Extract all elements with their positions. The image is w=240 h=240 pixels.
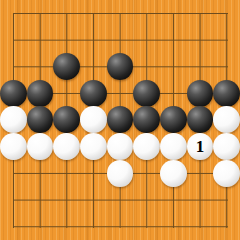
point-r5c1[interactable] bbox=[0, 107, 27, 134]
point-r9c2[interactable] bbox=[27, 213, 54, 240]
point-r3c8[interactable] bbox=[187, 53, 214, 80]
white-stone bbox=[213, 106, 240, 133]
point-r1c2[interactable] bbox=[27, 0, 54, 27]
point-r4c9[interactable] bbox=[213, 80, 240, 107]
point-r2c3[interactable] bbox=[53, 27, 80, 54]
point-r3c2[interactable] bbox=[27, 53, 54, 80]
point-r6c7[interactable] bbox=[160, 133, 187, 160]
point-r6c2[interactable] bbox=[27, 133, 54, 160]
white-stone bbox=[107, 133, 134, 160]
point-r8c1[interactable] bbox=[0, 187, 27, 214]
point-r6c5[interactable] bbox=[107, 133, 134, 160]
point-r2c4[interactable] bbox=[80, 27, 107, 54]
point-r8c2[interactable] bbox=[27, 187, 54, 214]
point-r3c9[interactable] bbox=[213, 53, 240, 80]
point-r4c5[interactable] bbox=[107, 80, 134, 107]
point-r2c2[interactable] bbox=[27, 27, 54, 54]
point-r2c7[interactable] bbox=[160, 27, 187, 54]
white-stone bbox=[160, 160, 187, 187]
white-stone bbox=[53, 133, 80, 160]
black-stone bbox=[53, 53, 80, 80]
point-r1c7[interactable] bbox=[160, 0, 187, 27]
white-stone bbox=[213, 133, 240, 160]
point-r7c3[interactable] bbox=[53, 160, 80, 187]
point-r9c6[interactable] bbox=[133, 213, 160, 240]
white-stone: 1 bbox=[187, 133, 214, 160]
point-r5c7[interactable] bbox=[160, 107, 187, 134]
move-number-label: 1 bbox=[187, 133, 214, 160]
white-stone bbox=[133, 133, 160, 160]
point-r6c3[interactable] bbox=[53, 133, 80, 160]
point-r1c5[interactable] bbox=[107, 0, 134, 27]
point-r9c9[interactable] bbox=[213, 213, 240, 240]
board-intersections: 1 bbox=[0, 0, 240, 240]
point-r5c3[interactable] bbox=[53, 107, 80, 134]
point-r5c4[interactable] bbox=[80, 107, 107, 134]
black-stone bbox=[187, 80, 214, 107]
point-r9c3[interactable] bbox=[53, 213, 80, 240]
point-r6c4[interactable] bbox=[80, 133, 107, 160]
point-r9c5[interactable] bbox=[107, 213, 134, 240]
point-r9c7[interactable] bbox=[160, 213, 187, 240]
point-r8c4[interactable] bbox=[80, 187, 107, 214]
point-r4c7[interactable] bbox=[160, 80, 187, 107]
black-stone bbox=[187, 106, 214, 133]
point-r3c4[interactable] bbox=[80, 53, 107, 80]
black-stone bbox=[27, 80, 54, 107]
point-r9c8[interactable] bbox=[187, 213, 214, 240]
point-r4c1[interactable] bbox=[0, 80, 27, 107]
point-r9c4[interactable] bbox=[80, 213, 107, 240]
point-r3c6[interactable] bbox=[133, 53, 160, 80]
point-r8c5[interactable] bbox=[107, 187, 134, 214]
white-stone bbox=[80, 133, 107, 160]
point-r7c6[interactable] bbox=[133, 160, 160, 187]
black-stone bbox=[0, 80, 27, 107]
white-stone bbox=[80, 106, 107, 133]
point-r6c1[interactable] bbox=[0, 133, 27, 160]
black-stone bbox=[213, 80, 240, 107]
point-r6c6[interactable] bbox=[133, 133, 160, 160]
point-r9c1[interactable] bbox=[0, 213, 27, 240]
point-r8c7[interactable] bbox=[160, 187, 187, 214]
black-stone bbox=[53, 106, 80, 133]
point-r6c9[interactable] bbox=[213, 133, 240, 160]
black-stone bbox=[133, 80, 160, 107]
black-stone bbox=[133, 106, 160, 133]
point-r7c1[interactable] bbox=[0, 160, 27, 187]
point-r4c2[interactable] bbox=[27, 80, 54, 107]
black-stone bbox=[107, 106, 134, 133]
point-r7c2[interactable] bbox=[27, 160, 54, 187]
point-r2c6[interactable] bbox=[133, 27, 160, 54]
point-r2c5[interactable] bbox=[107, 27, 134, 54]
point-r4c4[interactable] bbox=[80, 80, 107, 107]
white-stone bbox=[107, 160, 134, 187]
point-r7c9[interactable] bbox=[213, 160, 240, 187]
point-r8c3[interactable] bbox=[53, 187, 80, 214]
point-r7c4[interactable] bbox=[80, 160, 107, 187]
point-r2c1[interactable] bbox=[0, 27, 27, 54]
point-r5c9[interactable] bbox=[213, 107, 240, 134]
point-r7c5[interactable] bbox=[107, 160, 134, 187]
point-r8c8[interactable] bbox=[187, 187, 214, 214]
point-r2c8[interactable] bbox=[187, 27, 214, 54]
point-r3c1[interactable] bbox=[0, 53, 27, 80]
point-r4c6[interactable] bbox=[133, 80, 160, 107]
black-stone bbox=[160, 106, 187, 133]
point-r7c8[interactable] bbox=[187, 160, 214, 187]
point-r8c6[interactable] bbox=[133, 187, 160, 214]
point-r5c5[interactable] bbox=[107, 107, 134, 134]
point-r5c6[interactable] bbox=[133, 107, 160, 134]
point-r5c8[interactable] bbox=[187, 107, 214, 134]
point-r7c7[interactable] bbox=[160, 160, 187, 187]
go-board[interactable]: 1 bbox=[0, 0, 240, 240]
white-stone bbox=[27, 133, 54, 160]
point-r4c8[interactable] bbox=[187, 80, 214, 107]
point-r1c3[interactable] bbox=[53, 0, 80, 27]
white-stone bbox=[0, 133, 27, 160]
black-stone bbox=[27, 106, 54, 133]
point-r2c9[interactable] bbox=[213, 27, 240, 54]
white-stone bbox=[0, 106, 27, 133]
point-r1c1[interactable] bbox=[0, 0, 27, 27]
point-r3c3[interactable] bbox=[53, 53, 80, 80]
point-r1c9[interactable] bbox=[213, 0, 240, 27]
point-r3c5[interactable] bbox=[107, 53, 134, 80]
point-r6c8[interactable]: 1 bbox=[187, 133, 214, 160]
white-stone bbox=[160, 133, 187, 160]
point-r1c8[interactable] bbox=[187, 0, 214, 27]
point-r1c4[interactable] bbox=[80, 0, 107, 27]
black-stone bbox=[107, 53, 134, 80]
point-r4c3[interactable] bbox=[53, 80, 80, 107]
point-r8c9[interactable] bbox=[213, 187, 240, 214]
point-r3c7[interactable] bbox=[160, 53, 187, 80]
black-stone bbox=[80, 80, 107, 107]
white-stone bbox=[213, 160, 240, 187]
point-r5c2[interactable] bbox=[27, 107, 54, 134]
point-r1c6[interactable] bbox=[133, 0, 160, 27]
